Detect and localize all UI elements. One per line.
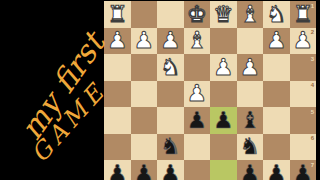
black-pawn-piece[interactable]: ♟ bbox=[239, 162, 260, 180]
black-pawn-piece[interactable]: ♟ bbox=[160, 162, 181, 180]
square-g5[interactable] bbox=[131, 107, 158, 134]
white-pawn-piece[interactable]: ♟ bbox=[266, 29, 287, 52]
square-h1[interactable]: ♜ bbox=[104, 1, 131, 28]
black-pawn-piece[interactable]: ♟ bbox=[213, 109, 234, 132]
square-c4[interactable] bbox=[237, 81, 264, 108]
square-a1[interactable]: ♜ bbox=[290, 1, 317, 28]
square-a5[interactable] bbox=[290, 107, 317, 134]
square-c3[interactable]: ♟ bbox=[237, 54, 264, 81]
white-pawn-piece[interactable]: ♟ bbox=[292, 29, 313, 52]
white-bishop-piece[interactable]: ♝ bbox=[186, 29, 207, 52]
square-f4[interactable] bbox=[157, 81, 184, 108]
square-b3[interactable] bbox=[263, 54, 290, 81]
square-a2[interactable]: ♟ bbox=[290, 28, 317, 55]
black-knight-piece[interactable]: ♞ bbox=[160, 135, 181, 158]
white-bishop-piece[interactable]: ♝ bbox=[239, 3, 260, 26]
square-b1[interactable]: ♞ bbox=[263, 1, 290, 28]
black-pawn-piece[interactable]: ♟ bbox=[107, 162, 128, 180]
square-f3[interactable]: ♞ bbox=[157, 54, 184, 81]
square-d7[interactable] bbox=[210, 160, 237, 180]
square-c6[interactable]: ♞ bbox=[237, 134, 264, 161]
black-pawn-piece[interactable]: ♟ bbox=[133, 162, 154, 180]
square-d4[interactable] bbox=[210, 81, 237, 108]
square-a4[interactable] bbox=[290, 81, 317, 108]
chess-board[interactable]: ♜♚♛♝♞♜1♟♟♟♝♟♟2♞♟♟3♟4♟♟♝5♞♞6♟♟♟♟♟♟7♜♚♛♝♜8 bbox=[104, 1, 316, 180]
square-f2[interactable]: ♟ bbox=[157, 28, 184, 55]
square-d5[interactable]: ♟ bbox=[210, 107, 237, 134]
white-queen-piece[interactable]: ♛ bbox=[213, 3, 234, 26]
video-frame: { "game": "chess", "overlay": { "line1":… bbox=[0, 0, 320, 180]
square-f7[interactable]: ♟ bbox=[157, 160, 184, 180]
black-knight-piece[interactable]: ♞ bbox=[239, 135, 260, 158]
square-f5[interactable] bbox=[157, 107, 184, 134]
square-e1[interactable]: ♚ bbox=[184, 1, 211, 28]
white-pawn-piece[interactable]: ♟ bbox=[107, 29, 128, 52]
square-e4[interactable]: ♟ bbox=[184, 81, 211, 108]
square-b2[interactable]: ♟ bbox=[263, 28, 290, 55]
square-e7[interactable] bbox=[184, 160, 211, 180]
white-rook-piece[interactable]: ♜ bbox=[292, 3, 313, 26]
square-d3[interactable]: ♟ bbox=[210, 54, 237, 81]
square-h3[interactable] bbox=[104, 54, 131, 81]
black-pawn-piece[interactable]: ♟ bbox=[292, 162, 313, 180]
white-king-piece[interactable]: ♚ bbox=[186, 3, 207, 26]
square-e5[interactable]: ♟ bbox=[184, 107, 211, 134]
square-g2[interactable]: ♟ bbox=[131, 28, 158, 55]
square-e2[interactable]: ♝ bbox=[184, 28, 211, 55]
white-pawn-piece[interactable]: ♟ bbox=[133, 29, 154, 52]
white-pawn-piece[interactable]: ♟ bbox=[186, 82, 207, 105]
square-h5[interactable] bbox=[104, 107, 131, 134]
white-pawn-piece[interactable]: ♟ bbox=[160, 29, 181, 52]
square-b7[interactable]: ♟ bbox=[263, 160, 290, 180]
square-a3[interactable] bbox=[290, 54, 317, 81]
square-f1[interactable] bbox=[157, 1, 184, 28]
white-knight-piece[interactable]: ♞ bbox=[266, 3, 287, 26]
white-pawn-piece[interactable]: ♟ bbox=[239, 56, 260, 79]
square-b5[interactable] bbox=[263, 107, 290, 134]
square-c5[interactable]: ♝ bbox=[237, 107, 264, 134]
square-a6[interactable] bbox=[290, 134, 317, 161]
square-c2[interactable] bbox=[237, 28, 264, 55]
square-h6[interactable] bbox=[104, 134, 131, 161]
square-c7[interactable]: ♟ bbox=[237, 160, 264, 180]
square-g7[interactable]: ♟ bbox=[131, 160, 158, 180]
black-pawn-piece[interactable]: ♟ bbox=[266, 162, 287, 180]
square-f6[interactable]: ♞ bbox=[157, 134, 184, 161]
white-pawn-piece[interactable]: ♟ bbox=[213, 56, 234, 79]
square-b6[interactable] bbox=[263, 134, 290, 161]
square-b4[interactable] bbox=[263, 81, 290, 108]
square-g3[interactable] bbox=[131, 54, 158, 81]
square-e3[interactable] bbox=[184, 54, 211, 81]
black-pawn-piece[interactable]: ♟ bbox=[186, 109, 207, 132]
square-e6[interactable] bbox=[184, 134, 211, 161]
square-d6[interactable] bbox=[210, 134, 237, 161]
square-c1[interactable]: ♝ bbox=[237, 1, 264, 28]
square-h7[interactable]: ♟ bbox=[104, 160, 131, 180]
square-a7[interactable]: ♟ bbox=[290, 160, 317, 180]
square-d2[interactable] bbox=[210, 28, 237, 55]
square-g6[interactable] bbox=[131, 134, 158, 161]
square-g4[interactable] bbox=[131, 81, 158, 108]
square-d1[interactable]: ♛ bbox=[210, 1, 237, 28]
white-knight-piece[interactable]: ♞ bbox=[160, 56, 181, 79]
white-rook-piece[interactable]: ♜ bbox=[107, 3, 128, 26]
square-g1[interactable] bbox=[131, 1, 158, 28]
black-bishop-piece[interactable]: ♝ bbox=[239, 109, 260, 132]
